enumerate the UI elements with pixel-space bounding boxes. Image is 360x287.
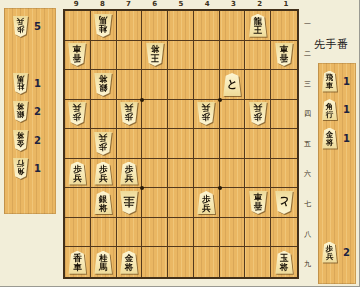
gote-hand-ginsho-silver[interactable]: 銀将2 [12, 100, 41, 124]
file-label-2: 2 [247, 0, 273, 9]
square-6-8[interactable] [142, 218, 168, 248]
square-2-8[interactable] [245, 218, 271, 248]
piece-kanji: 銀 [99, 83, 108, 92]
piece-sente-kyosha-lance[interactable]: 香車 [65, 247, 90, 277]
square-5-9[interactable] [168, 247, 194, 277]
piece-sente-fuhyo-pawn[interactable]: 歩兵 [65, 159, 90, 188]
piece-kanji: 金 [17, 139, 25, 147]
square-5-8[interactable] [168, 218, 194, 248]
square-8-7[interactable]: 銀将 [91, 188, 117, 218]
square-2-6[interactable] [245, 159, 271, 189]
piece-gote-fuhyo-pawn: 歩兵 [12, 16, 29, 37]
piece-kanji: 馬 [99, 263, 108, 272]
square-9-6[interactable]: 歩兵 [65, 159, 91, 189]
square-1-3[interactable] [271, 70, 297, 100]
piece-kanji: 歩 [202, 113, 211, 122]
file-labels: 987654321 [63, 0, 299, 9]
square-4-6[interactable] [194, 159, 220, 189]
piece-face: 金将 [321, 128, 338, 149]
shogi-app-window: 歩兵5桂馬1銀将2金将2角行1 987654321 桂馬龍王香車王将香車銀将と歩… [0, 0, 360, 287]
piece-kanji: 兵 [125, 174, 134, 183]
square-2-4[interactable]: 歩兵 [245, 100, 271, 130]
piece-face: 玉将 [274, 251, 294, 274]
square-5-7[interactable] [168, 188, 194, 218]
piece-gote-fuhyo-pawn[interactable]: 歩兵 [65, 100, 90, 129]
square-1-6[interactable] [271, 159, 297, 189]
piece-face: 銀将 [93, 73, 113, 96]
file-label-8: 8 [89, 0, 115, 9]
piece-kanji: 将 [17, 103, 25, 111]
square-4-5[interactable] [194, 129, 220, 159]
piece-sente-gyokusho-king[interactable]: 玉将 [271, 247, 297, 277]
piece-kanji: 歩 [99, 142, 108, 151]
piece-kanji: 歩 [125, 113, 134, 122]
rank-label-2: 二 [301, 39, 314, 69]
square-9-1[interactable] [65, 11, 91, 41]
piece-gote-kyosha-lance[interactable]: 香車 [65, 41, 90, 70]
piece-sente-fuhyo-pawn[interactable]: 歩兵 [194, 188, 219, 217]
piece-kanji: 王 [254, 26, 263, 35]
piece-kanji: 兵 [99, 174, 108, 183]
piece-kanji: 兵 [202, 104, 211, 113]
piece-face: 歩兵 [93, 132, 113, 155]
gote-hand-count-fuhyo-pawn: 5 [34, 21, 41, 32]
piece-kanji: 兵 [73, 174, 82, 183]
piece-kanji: 歩 [17, 25, 25, 33]
square-5-6[interactable] [168, 159, 194, 189]
piece-sente-kinsho-gold[interactable]: 金将 [117, 247, 142, 277]
piece-sente-fuhyo-pawn: 歩兵 [321, 242, 338, 263]
piece-kanji: 兵 [125, 104, 134, 113]
square-3-7[interactable] [220, 188, 246, 218]
square-8-1[interactable]: 桂馬 [91, 11, 117, 41]
square-9-7[interactable] [65, 188, 91, 218]
gote-hand-fuhyo-pawn[interactable]: 歩兵5 [12, 14, 41, 38]
piece-sente-ginsho-silver[interactable]: 銀将 [91, 188, 116, 217]
piece-face: 香車 [248, 191, 268, 214]
piece-kanji: 香 [280, 54, 289, 63]
square-1-1[interactable] [271, 11, 297, 41]
gote-hand-keima-knight[interactable]: 桂馬1 [12, 71, 41, 95]
square-7-4[interactable]: 歩兵 [117, 100, 143, 130]
piece-gote-kyosha-lance[interactable]: 香車 [245, 188, 270, 217]
square-3-8[interactable] [220, 218, 246, 248]
piece-sente-fuhyo-pawn[interactable]: 歩兵 [117, 159, 142, 188]
piece-face: と [274, 191, 294, 214]
piece-gote-keima-knight: 桂馬 [12, 73, 29, 94]
gote-captured-pieces-stand: 歩兵5桂馬1銀将2金将2角行1 [4, 8, 56, 214]
square-8-8[interactable] [91, 218, 117, 248]
piece-kanji: 車 [73, 45, 82, 54]
piece-kanji: 将 [99, 74, 108, 83]
square-4-1[interactable] [194, 11, 220, 41]
star-point [218, 98, 222, 102]
piece-kanji: 車 [254, 193, 263, 202]
piece-kanji: 車 [73, 263, 82, 272]
piece-kanji: 車 [326, 82, 334, 90]
piece-kanji: 車 [280, 45, 289, 54]
sente-hand-count-hisha-rook: 1 [343, 76, 350, 87]
piece-kanji: 兵 [326, 253, 334, 261]
rank-label-8: 八 [301, 219, 314, 249]
file-label-7: 7 [115, 0, 141, 9]
piece-gote-fuhyo-pawn[interactable]: 歩兵 [245, 100, 270, 129]
piece-face: 香車 [67, 43, 87, 66]
piece-face: 金将 [119, 251, 139, 274]
gote-hand-count-kakugyo-bishop: 1 [34, 163, 41, 174]
piece-face: 飛車 [321, 71, 338, 92]
file-label-1: 1 [273, 0, 299, 9]
gote-hand-kakugyo-bishop[interactable]: 角行1 [12, 157, 41, 181]
square-4-7[interactable]: 歩兵 [194, 188, 220, 218]
square-6-2[interactable]: 王将 [142, 41, 168, 71]
piece-kanji: 歩 [73, 113, 82, 122]
rank-label-9: 九 [301, 249, 314, 279]
square-3-9[interactable] [220, 247, 246, 277]
square-5-5[interactable] [168, 129, 194, 159]
piece-kanji: 兵 [17, 17, 25, 25]
piece-kanji: と [278, 196, 289, 208]
square-8-4[interactable] [91, 100, 117, 130]
square-7-9[interactable]: 金将 [117, 247, 143, 277]
square-1-9[interactable]: 玉将 [271, 247, 297, 277]
rank-labels: 一二三四五六七八九 [301, 9, 314, 279]
square-4-4[interactable]: 歩兵 [194, 100, 220, 130]
square-6-4[interactable] [142, 100, 168, 130]
square-8-2[interactable] [91, 41, 117, 71]
piece-gote-osho-king[interactable]: 王将 [142, 41, 167, 70]
sente-hand-count-kinsho-gold: 1 [343, 133, 350, 144]
piece-kanji: 桂 [99, 24, 108, 33]
piece-kanji: 将 [99, 204, 108, 213]
piece-kanji: 将 [150, 45, 159, 54]
square-2-2[interactable] [245, 41, 271, 71]
piece-kanji: 王 [150, 54, 159, 63]
piece-kanji: 将 [17, 131, 25, 139]
sente-hand-fuhyo-pawn[interactable]: 歩兵2 [321, 240, 350, 264]
sente-hand-kinsho-gold[interactable]: 金将1 [321, 126, 350, 150]
square-3-5[interactable] [220, 129, 246, 159]
piece-face: 角行 [321, 99, 338, 120]
turn-indicator: 先手番 [314, 37, 360, 52]
square-1-7[interactable]: と [271, 188, 297, 218]
piece-gote-keima-knight[interactable]: 桂馬 [91, 11, 116, 40]
square-2-5[interactable] [245, 129, 271, 159]
rank-label-5: 五 [301, 129, 314, 159]
piece-face: 王将 [145, 43, 165, 66]
square-9-5[interactable] [65, 129, 91, 159]
square-5-2[interactable] [168, 41, 194, 71]
square-9-2[interactable]: 香車 [65, 41, 91, 71]
square-7-8[interactable] [117, 218, 143, 248]
piece-kanji: 歩 [254, 113, 263, 122]
piece-sente-ryuo-promoted-rook[interactable]: 龍王 [245, 11, 270, 40]
square-8-9[interactable]: 桂馬 [91, 247, 117, 277]
piece-gote-narikei-promoted-knight[interactable]: 圭 [117, 188, 142, 217]
piece-gote-kakugyo-bishop: 角行 [12, 158, 29, 179]
shogi-board: 桂馬龍王香車王将香車銀将と歩兵歩兵歩兵歩兵歩兵歩兵歩兵歩兵銀将圭歩兵香車と香車桂… [63, 9, 299, 279]
piece-face: 歩兵 [119, 102, 139, 125]
piece-gote-fuhyo-pawn[interactable]: 歩兵 [117, 100, 142, 129]
square-2-3[interactable] [245, 70, 271, 100]
square-3-4[interactable] [220, 100, 246, 130]
square-1-2[interactable]: 香車 [271, 41, 297, 71]
piece-face: 歩兵 [119, 162, 139, 185]
square-6-7[interactable] [142, 188, 168, 218]
sente-hand-hisha-rook[interactable]: 飛車1 [321, 69, 350, 93]
sente-hand-kakugyo-bishop[interactable]: 角行1 [321, 98, 350, 122]
piece-kanji: 兵 [73, 104, 82, 113]
square-5-1[interactable] [168, 11, 194, 41]
piece-kanji: 行 [17, 160, 25, 168]
piece-face: 桂馬 [93, 251, 113, 274]
file-label-4: 4 [194, 0, 220, 9]
piece-face: 桂馬 [93, 14, 113, 37]
square-5-4[interactable] [168, 100, 194, 130]
piece-face: 歩兵 [67, 162, 87, 185]
piece-face: 歩兵 [93, 162, 113, 185]
sente-hand-count-fuhyo-pawn: 2 [343, 247, 350, 258]
piece-kanji: 将 [280, 263, 289, 272]
square-7-3[interactable] [117, 70, 143, 100]
piece-gote-kinsho-gold: 金将 [12, 130, 29, 151]
square-6-6[interactable] [142, 159, 168, 189]
square-8-5[interactable]: 歩兵 [91, 129, 117, 159]
piece-kanji: 兵 [254, 104, 263, 113]
square-3-6[interactable] [220, 159, 246, 189]
rank-label-3: 三 [301, 69, 314, 99]
piece-face: と [222, 73, 242, 96]
piece-sente-keima-knight[interactable]: 桂馬 [91, 247, 116, 277]
square-1-8[interactable] [271, 218, 297, 248]
piece-face: 歩兵 [321, 242, 338, 263]
piece-kanji: 馬 [17, 74, 25, 82]
piece-sente-kakugyo-bishop: 角行 [321, 99, 338, 120]
piece-gote-ginsho-silver[interactable]: 銀将 [91, 70, 116, 99]
rank-label-6: 六 [301, 159, 314, 189]
square-3-2[interactable] [220, 41, 246, 71]
square-4-2[interactable] [194, 41, 220, 71]
piece-kanji: 馬 [99, 15, 108, 24]
square-8-6[interactable]: 歩兵 [91, 159, 117, 189]
piece-face: 桂馬 [12, 73, 29, 94]
piece-sente-fuhyo-pawn[interactable]: 歩兵 [91, 159, 116, 188]
square-6-9[interactable] [142, 247, 168, 277]
piece-face: 歩兵 [67, 102, 87, 125]
piece-kanji: 桂 [17, 82, 25, 90]
square-1-5[interactable] [271, 129, 297, 159]
square-8-3[interactable]: 銀将 [91, 70, 117, 100]
piece-gote-ginsho-silver: 銀将 [12, 101, 29, 122]
square-7-7[interactable]: 圭 [117, 188, 143, 218]
square-1-4[interactable] [271, 100, 297, 130]
piece-face: 香車 [274, 43, 294, 66]
piece-face: 歩兵 [196, 102, 216, 125]
gote-hand-count-kinsho-gold: 2 [34, 135, 41, 146]
piece-face: 歩兵 [12, 16, 29, 37]
square-6-3[interactable] [142, 70, 168, 100]
square-7-1[interactable] [117, 11, 143, 41]
square-5-3[interactable] [168, 70, 194, 100]
gote-hand-count-ginsho-silver: 2 [34, 106, 41, 117]
rank-label-7: 七 [301, 189, 314, 219]
file-label-9: 9 [63, 0, 89, 9]
square-7-5[interactable] [117, 129, 143, 159]
square-2-9[interactable] [245, 247, 271, 277]
file-label-5: 5 [168, 0, 194, 9]
piece-face: 圭 [119, 191, 139, 214]
square-3-1[interactable] [220, 11, 246, 41]
piece-kanji: 将 [326, 139, 334, 147]
piece-sente-kinsho-gold: 金将 [321, 128, 338, 149]
square-4-9[interactable] [194, 247, 220, 277]
file-label-6: 6 [142, 0, 168, 9]
piece-face: 銀将 [12, 101, 29, 122]
piece-gote-tokin-promoted-pawn[interactable]: と [271, 188, 297, 217]
piece-face: 銀将 [93, 191, 113, 214]
piece-kanji: 兵 [202, 204, 211, 213]
piece-face: 香車 [67, 251, 87, 274]
square-9-8[interactable] [65, 218, 91, 248]
piece-sente-tokin-promoted-pawn[interactable]: と [220, 70, 245, 99]
sente-hand-count-kakugyo-bishop: 1 [343, 104, 350, 115]
piece-kanji: 銀 [17, 111, 25, 119]
piece-kanji: 香 [254, 202, 263, 211]
piece-face: 歩兵 [196, 191, 216, 214]
rank-label-1: 一 [301, 9, 314, 39]
piece-gote-fuhyo-pawn[interactable]: 歩兵 [194, 100, 219, 129]
piece-kanji: 将 [125, 263, 134, 272]
square-3-3[interactable]: と [220, 70, 246, 100]
piece-kanji: 圭 [123, 196, 134, 208]
piece-face: 金将 [12, 130, 29, 151]
piece-sente-hisha-rook: 飛車 [321, 71, 338, 92]
square-7-2[interactable] [117, 41, 143, 71]
file-label-3: 3 [220, 0, 246, 9]
gote-hand-count-keima-knight: 1 [34, 78, 41, 89]
square-6-1[interactable] [142, 11, 168, 41]
square-9-4[interactable]: 歩兵 [65, 100, 91, 130]
piece-kanji: 香 [73, 54, 82, 63]
piece-kanji: 行 [326, 111, 334, 119]
gote-hand-kinsho-gold[interactable]: 金将2 [12, 128, 41, 152]
square-2-7[interactable]: 香車 [245, 188, 271, 218]
piece-gote-fuhyo-pawn[interactable]: 歩兵 [91, 129, 116, 158]
square-4-8[interactable] [194, 218, 220, 248]
sente-captured-pieces-stand: 飛車1角行1金将1歩兵2 [318, 63, 356, 284]
piece-kanji: と [226, 79, 237, 91]
square-9-9[interactable]: 香車 [65, 247, 91, 277]
rank-label-4: 四 [301, 99, 314, 129]
piece-face: 歩兵 [248, 102, 268, 125]
piece-face: 龍王 [248, 14, 268, 37]
square-2-1[interactable]: 龍王 [245, 11, 271, 41]
square-4-3[interactable] [194, 70, 220, 100]
piece-kanji: 角 [17, 168, 25, 176]
square-6-5[interactable] [142, 129, 168, 159]
square-9-3[interactable] [65, 70, 91, 100]
piece-gote-kyosha-lance[interactable]: 香車 [271, 41, 297, 70]
square-7-6[interactable]: 歩兵 [117, 159, 143, 189]
piece-face: 角行 [12, 158, 29, 179]
piece-kanji: 兵 [99, 133, 108, 142]
